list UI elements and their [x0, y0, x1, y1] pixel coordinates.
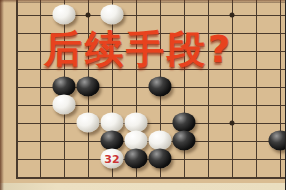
left-edge-shading: [0, 0, 4, 190]
stone-black[interactable]: [149, 148, 172, 168]
stone-black[interactable]: [173, 130, 196, 150]
grid-vline: [40, 0, 41, 179]
stone-black[interactable]: [173, 112, 196, 132]
stone-black[interactable]: [53, 76, 76, 96]
grid-vline: [280, 0, 281, 179]
bottom-strip: [0, 183, 285, 190]
grid-hline: [16, 123, 285, 124]
stone-white[interactable]: [125, 112, 148, 132]
stone-white[interactable]: [101, 4, 124, 24]
stone-black[interactable]: [77, 76, 100, 96]
stone-white[interactable]: [77, 112, 100, 132]
board-bottom-edge-line: [16, 177, 285, 179]
stone-black[interactable]: [125, 148, 148, 168]
board-left-edge-line: [16, 0, 18, 179]
stone-white[interactable]: [125, 130, 148, 150]
star-point: [230, 13, 235, 18]
stone-black[interactable]: [269, 130, 286, 150]
stone-white-32[interactable]: 32: [101, 148, 124, 168]
stone-white[interactable]: [149, 130, 172, 150]
stone-white[interactable]: [53, 4, 76, 24]
stone-white[interactable]: [53, 94, 76, 114]
grid-vline: [256, 0, 257, 179]
stone-black[interactable]: [149, 76, 172, 96]
stone-black[interactable]: [101, 130, 124, 150]
caption-overlay: 后续手段?: [44, 30, 233, 70]
top-edge-shading: [0, 0, 285, 3]
star-point: [86, 13, 91, 18]
stone-white[interactable]: [101, 112, 124, 132]
go-app-screenshot: 32 后续手段?: [0, 0, 285, 190]
move-number-label: 32: [104, 154, 119, 165]
star-point: [230, 121, 235, 126]
